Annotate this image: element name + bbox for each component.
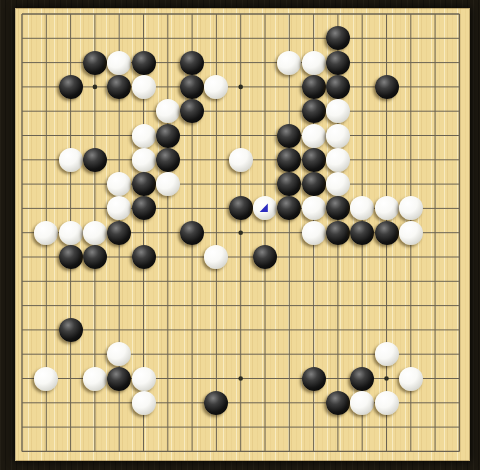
stone-black[interactable] [326,221,350,245]
stone-black[interactable] [375,221,399,245]
stone-white[interactable] [83,367,107,391]
stone-black[interactable] [180,51,204,75]
stone-black[interactable] [180,75,204,99]
stone-white[interactable] [83,221,107,245]
stone-black[interactable] [132,196,156,220]
stone-black[interactable] [132,172,156,196]
stone-black[interactable] [59,318,83,342]
stone-white[interactable] [59,148,83,172]
stone-black[interactable] [302,172,326,196]
stone-white[interactable] [59,221,83,245]
stone-white[interactable] [132,124,156,148]
stone-white[interactable] [156,172,180,196]
stone-black[interactable] [302,367,326,391]
stone-black[interactable] [277,148,301,172]
stone-white[interactable] [107,51,131,75]
stone-white[interactable] [326,148,350,172]
stone-black[interactable] [156,124,180,148]
stone-black[interactable] [229,196,253,220]
last-move-marker [257,200,272,215]
stone-black[interactable] [302,148,326,172]
stone-black[interactable] [107,75,131,99]
stone-white[interactable] [302,124,326,148]
stone-white[interactable] [229,148,253,172]
stone-white[interactable] [34,367,58,391]
stone-white[interactable] [399,221,423,245]
stone-white[interactable] [399,367,423,391]
stone-white[interactable] [350,391,374,415]
app-background: { "game": "go", "board_size": 19, "posit… [0,0,480,470]
stone-white[interactable] [132,391,156,415]
stone-white[interactable] [277,51,301,75]
stone-black[interactable] [375,75,399,99]
stone-white[interactable] [326,172,350,196]
stone-black[interactable] [132,245,156,269]
go-board[interactable] [15,8,470,461]
stone-white[interactable] [375,391,399,415]
stone-black[interactable] [132,51,156,75]
stone-black[interactable] [302,99,326,123]
stone-black[interactable] [107,367,131,391]
stone-black[interactable] [326,75,350,99]
stone-white[interactable] [34,221,58,245]
stone-white[interactable] [132,367,156,391]
stone-black[interactable] [326,391,350,415]
stone-black[interactable] [83,148,107,172]
stone-black[interactable] [83,51,107,75]
stone-white[interactable] [326,124,350,148]
stone-white[interactable] [375,342,399,366]
stone-black[interactable] [107,221,131,245]
stone-white[interactable] [132,75,156,99]
stone-black[interactable] [83,245,107,269]
stone-white[interactable] [132,148,156,172]
stone-white[interactable] [302,196,326,220]
stone-black[interactable] [302,75,326,99]
stone-black[interactable] [253,245,277,269]
stone-black[interactable] [59,245,83,269]
stone-black[interactable] [156,148,180,172]
stone-black[interactable] [350,367,374,391]
stone-white[interactable] [375,196,399,220]
stone-white[interactable] [302,51,326,75]
stone-white[interactable] [156,99,180,123]
stone-black[interactable] [350,221,374,245]
stone-black[interactable] [180,221,204,245]
stone-black[interactable] [59,75,83,99]
stone-white[interactable] [326,99,350,123]
stone-black[interactable] [277,124,301,148]
stone-white[interactable] [302,221,326,245]
stone-black[interactable] [326,51,350,75]
